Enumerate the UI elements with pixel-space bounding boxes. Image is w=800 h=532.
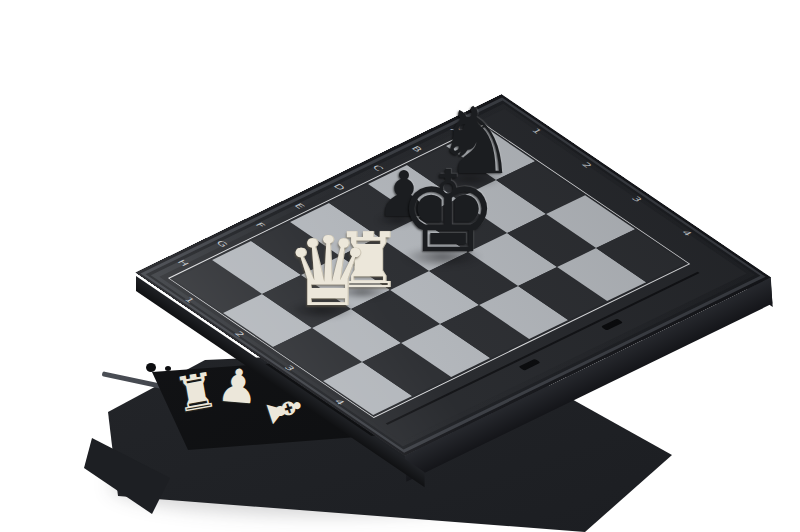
tray-white-rook: ♜ bbox=[171, 365, 222, 420]
rank-label-left-3: 3 bbox=[282, 364, 296, 372]
rank-label-left-2: 2 bbox=[232, 330, 246, 338]
white-queen-on-g2: ♛ bbox=[285, 224, 371, 320]
product-photo-stage: ♜♟♝ HGFEDCBA12341234 ♞♟♚♜♛ bbox=[0, 0, 800, 532]
latch-knob bbox=[146, 363, 156, 372]
latch-hole bbox=[165, 366, 171, 371]
rank-label-left-4: 4 bbox=[332, 398, 346, 406]
black-king-on-d2: ♚ bbox=[398, 156, 498, 268]
rank-label-left-1: 1 bbox=[182, 296, 196, 304]
